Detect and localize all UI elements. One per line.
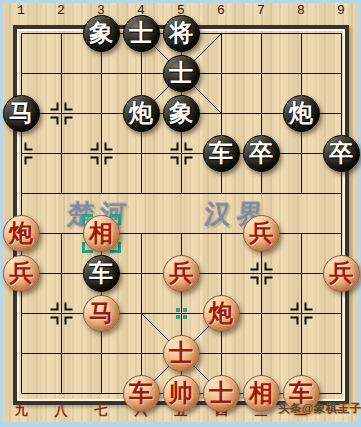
file-label-top-2: 2 (50, 4, 72, 18)
piece-black-soldier[interactable]: 卒 (243, 135, 280, 172)
piece-black-chariot[interactable]: 车 (83, 255, 120, 292)
piece-black-elephant[interactable]: 象 (83, 15, 120, 52)
piece-red-advisor[interactable]: 士 (163, 335, 200, 372)
piece-red-advisor[interactable]: 士 (203, 375, 240, 412)
last-move-origin-marker (176, 308, 187, 319)
file-label-top-6: 6 (210, 4, 232, 18)
piece-black-cannon[interactable]: 炮 (283, 95, 320, 132)
file-label-top-7: 7 (250, 4, 272, 18)
piece-black-elephant[interactable]: 象 (163, 95, 200, 132)
piece-red-elephant[interactable]: 相 (83, 215, 120, 252)
piece-red-horse[interactable]: 马 (83, 295, 120, 332)
file-label-bottom-3: 七 (90, 404, 112, 418)
piece-red-general[interactable]: 帅 (163, 375, 200, 412)
piece-black-advisor[interactable]: 士 (163, 55, 200, 92)
file-label-top-8: 8 (290, 4, 312, 18)
piece-red-elephant[interactable]: 相 (243, 375, 280, 412)
piece-red-soldier[interactable]: 兵 (323, 255, 360, 292)
piece-red-soldier[interactable]: 兵 (3, 255, 40, 292)
piece-red-soldier[interactable]: 兵 (243, 215, 280, 252)
watermark-text: 头条@象棋王子 (278, 401, 361, 416)
piece-red-soldier[interactable]: 兵 (163, 255, 200, 292)
piece-black-chariot[interactable]: 车 (203, 135, 240, 172)
file-label-top-1: 1 (10, 4, 32, 18)
file-label-bottom-1: 九 (10, 404, 32, 418)
piece-red-cannon[interactable]: 炮 (203, 295, 240, 332)
piece-black-horse[interactable]: 马 (3, 95, 40, 132)
file-label-top-9: 9 (330, 4, 352, 18)
piece-black-soldier[interactable]: 卒 (323, 135, 360, 172)
piece-red-cannon[interactable]: 炮 (3, 215, 40, 252)
piece-black-advisor[interactable]: 士 (123, 15, 160, 52)
xiangqi-app-window: 123456789 九八七六五四三二一 楚河 汉界 象士将士马炮象炮车卒卒炮相兵… (0, 0, 361, 427)
piece-black-cannon[interactable]: 炮 (123, 95, 160, 132)
file-label-bottom-2: 八 (50, 404, 72, 418)
piece-red-chariot[interactable]: 车 (123, 375, 160, 412)
piece-black-general[interactable]: 将 (163, 15, 200, 52)
